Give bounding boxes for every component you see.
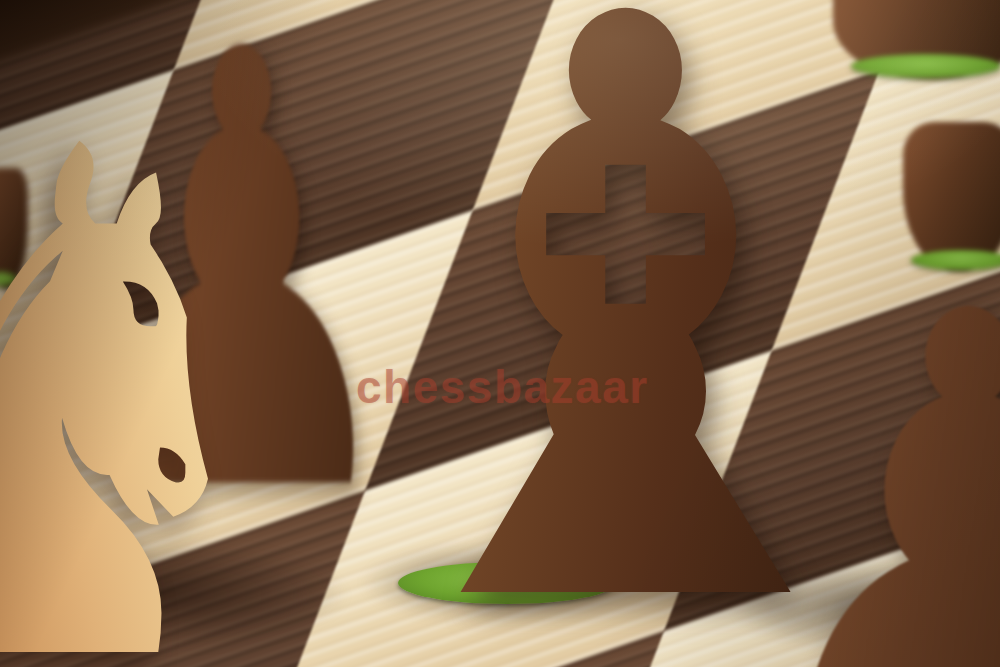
chessbazaar-watermark: chessbazaar (356, 360, 649, 414)
black-pawn-right: ♟ (725, 232, 1000, 667)
white-knight: ♞ (0, 60, 290, 667)
chess-photo-scene: ♟ ♞ ♝ ♟ chessbazaar (0, 0, 1000, 667)
